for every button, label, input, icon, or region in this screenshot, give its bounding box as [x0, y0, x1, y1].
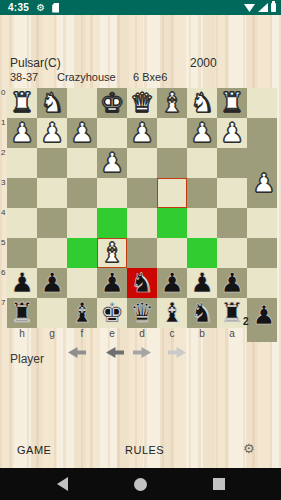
piece-black-pawn-h7[interactable]: ♟ — [7, 268, 37, 298]
rank-label-2: 2 — [1, 148, 7, 157]
piece-white-king-e1[interactable]: ♚ — [97, 88, 127, 118]
score-text: 38-37 — [10, 71, 38, 83]
square-g3[interactable] — [37, 148, 67, 178]
square-b4[interactable] — [187, 178, 217, 208]
file-label-g: g — [37, 328, 67, 339]
battery-icon — [271, 3, 276, 12]
black-pocket-count: 2 — [243, 316, 249, 327]
square-g5[interactable] — [37, 208, 67, 238]
square-g8[interactable] — [37, 298, 67, 328]
square-a3[interactable] — [217, 148, 247, 178]
rank-label-4: 4 — [1, 208, 7, 217]
pocket-cell-6 — [247, 268, 277, 298]
file-label-h: h — [7, 328, 37, 339]
back-arrow-icon[interactable] — [68, 344, 87, 355]
piece-black-rook-h8[interactable]: ♜ — [7, 298, 37, 328]
square-a6[interactable] — [217, 238, 247, 268]
piece-white-pawn-g2[interactable]: ♟ — [37, 118, 67, 148]
file-label-a: a — [217, 328, 247, 339]
piece-white-knight-b1[interactable]: ♞ — [187, 88, 217, 118]
piece-white-queen-d1[interactable]: ♛ — [127, 88, 157, 118]
rank-label-5: 5 — [1, 238, 7, 247]
square-g4[interactable] — [37, 178, 67, 208]
square-h5[interactable] — [7, 208, 37, 238]
square-h4[interactable] — [7, 178, 37, 208]
pocket-cell-4 — [247, 208, 277, 238]
piece-black-queen-d8[interactable]: ♛ — [127, 298, 157, 328]
piece-white-pawn-e3[interactable]: ♟ — [97, 148, 127, 178]
android-nav-bar — [0, 468, 281, 500]
storage-card-icon — [52, 3, 59, 13]
square-f7[interactable] — [67, 268, 97, 298]
back-arrow-icon[interactable] — [106, 344, 125, 355]
square-g6[interactable] — [37, 238, 67, 268]
square-a4[interactable] — [217, 178, 247, 208]
square-f6[interactable] — [67, 238, 97, 268]
square-d3[interactable] — [127, 148, 157, 178]
file-label-b: b — [187, 328, 217, 339]
pocket-white-pawn[interactable]: ♟ — [249, 168, 279, 198]
square-c5[interactable] — [157, 208, 187, 238]
piece-white-pawn-f2[interactable]: ♟ — [67, 118, 97, 148]
square-b6[interactable] — [187, 238, 217, 268]
square-e4[interactable] — [97, 178, 127, 208]
board: ♜♞♚♛♝♞♜♟♟♟♟♟♟♟♝♟♟♟♞♟♟♟♜♝♚♛♝♞♜ — [7, 88, 247, 328]
pocket-black-pawn[interactable]: ♟ — [249, 300, 279, 330]
nav-back-icon[interactable] — [57, 477, 68, 491]
file-label-e: e — [97, 328, 127, 339]
piece-white-pawn-d2[interactable]: ♟ — [127, 118, 157, 148]
piece-black-pawn-e7[interactable]: ♟ — [97, 268, 127, 298]
opponent-rating: 2000 — [190, 56, 217, 70]
square-b5[interactable] — [187, 208, 217, 238]
rank-label-0: 0 — [1, 88, 7, 97]
pocket-cell-5 — [247, 238, 277, 268]
piece-white-rook-h1[interactable]: ♜ — [7, 88, 37, 118]
opponent-name: Pulsar(C) — [10, 56, 61, 70]
square-f4[interactable] — [67, 178, 97, 208]
pocket-cell-8 — [247, 328, 277, 342]
square-d5[interactable] — [127, 208, 157, 238]
piece-white-pawn-h2[interactable]: ♟ — [7, 118, 37, 148]
square-f1[interactable] — [67, 88, 97, 118]
rank-label-7: 7 — [1, 298, 7, 307]
forward-arrow-icon[interactable] — [168, 344, 187, 355]
forward-arrow-icon[interactable] — [133, 344, 152, 355]
square-c4[interactable] — [157, 178, 187, 208]
nav-home-icon[interactable] — [134, 478, 147, 491]
square-a5[interactable] — [217, 208, 247, 238]
piece-white-pawn-b2[interactable]: ♟ — [187, 118, 217, 148]
square-e2[interactable] — [97, 118, 127, 148]
piece-white-rook-a1[interactable]: ♜ — [217, 88, 247, 118]
variant-name: Crazyhouse — [57, 71, 116, 83]
piece-white-knight-g1[interactable]: ♞ — [37, 88, 67, 118]
nav-recents-icon[interactable] — [213, 478, 225, 490]
piece-black-pawn-c7[interactable]: ♟ — [157, 268, 187, 298]
game-menu-button[interactable]: GAME — [17, 444, 51, 456]
rank-label-6: 6 — [1, 268, 7, 277]
last-move-text: 6 Bxe6 — [133, 71, 167, 83]
square-f3[interactable] — [67, 148, 97, 178]
status-time: 4:35 — [8, 2, 29, 13]
piece-white-pawn-a2[interactable]: ♟ — [217, 118, 247, 148]
square-c6[interactable] — [157, 238, 187, 268]
file-label-d: d — [127, 328, 157, 339]
piece-black-bishop-c8[interactable]: ♝ — [157, 298, 187, 328]
file-label-f: f — [67, 328, 97, 339]
cell-signal-icon — [258, 3, 268, 12]
piece-white-bishop-e6[interactable]: ♝ — [97, 238, 127, 268]
piece-black-bishop-f8[interactable]: ♝ — [67, 298, 97, 328]
square-e5[interactable] — [97, 208, 127, 238]
piece-black-pawn-b7[interactable]: ♟ — [187, 268, 217, 298]
piece-black-pawn-a7[interactable]: ♟ — [217, 268, 247, 298]
square-f5[interactable] — [67, 208, 97, 238]
rank-label-3: 3 — [1, 178, 7, 187]
file-label-c: c — [157, 328, 187, 339]
pocket-cell-0 — [247, 88, 277, 118]
square-d4[interactable] — [127, 178, 157, 208]
piece-black-knight-d7[interactable]: ♞ — [127, 268, 157, 298]
piece-white-bishop-c1[interactable]: ♝ — [157, 88, 187, 118]
square-c2[interactable] — [157, 118, 187, 148]
piece-black-knight-b8[interactable]: ♞ — [187, 298, 217, 328]
piece-black-pawn-g7[interactable]: ♟ — [37, 268, 67, 298]
rules-menu-button[interactable]: RULES — [125, 444, 164, 456]
wifi-icon — [244, 3, 255, 12]
square-d6[interactable] — [127, 238, 157, 268]
status-bar: 4:35 ⚙ — [0, 0, 281, 15]
square-c3[interactable] — [157, 148, 187, 178]
piece-black-king-e8[interactable]: ♚ — [97, 298, 127, 328]
square-h3[interactable] — [7, 148, 37, 178]
gear-icon: ⚙ — [36, 3, 45, 13]
settings-gear-icon[interactable]: ⚙ — [243, 441, 255, 456]
square-b3[interactable] — [187, 148, 217, 178]
rank-label-1: 1 — [1, 118, 7, 127]
square-h6[interactable] — [7, 238, 37, 268]
app-screen: 4:35 ⚙ Pulsar(C) 2000 38-37 Crazyhouse 6… — [0, 0, 281, 500]
player-name: Player — [10, 352, 44, 366]
pocket-cell-1 — [247, 118, 277, 148]
